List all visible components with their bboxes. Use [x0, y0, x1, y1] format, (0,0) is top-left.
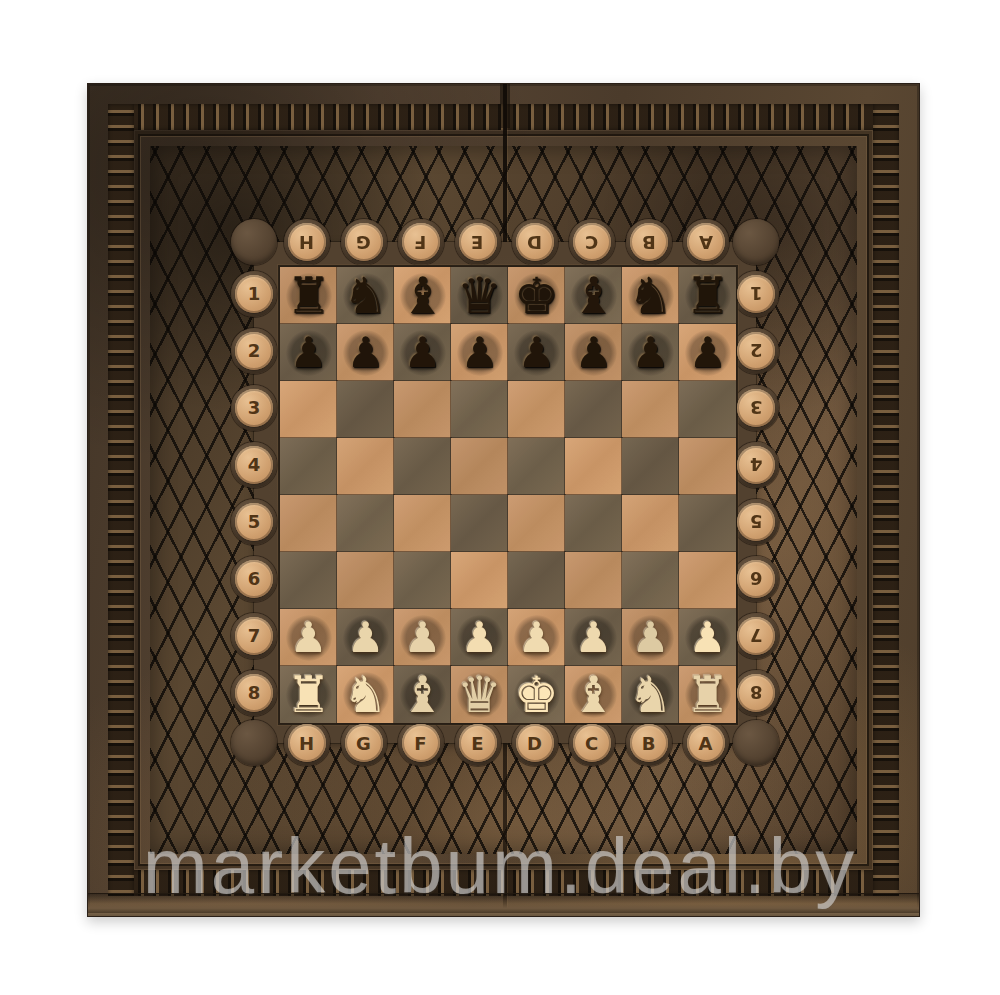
coordinate-text: B	[642, 232, 656, 253]
carved-rope-border-right	[873, 104, 899, 896]
square-b6[interactable]	[622, 552, 679, 609]
square-c1[interactable]: ♝	[565, 267, 622, 324]
dark-rook-piece[interactable]: ♜	[685, 271, 730, 321]
square-f5[interactable]	[394, 495, 451, 552]
square-d7[interactable]: ♟	[508, 609, 565, 666]
square-g5[interactable]	[337, 495, 394, 552]
light-bishop-piece[interactable]: ♝	[400, 670, 445, 720]
rank-label-left: 3	[235, 389, 273, 427]
coordinate-text: 6	[248, 568, 261, 589]
square-b5[interactable]	[622, 495, 679, 552]
coordinate-text: G	[356, 733, 371, 754]
square-a3[interactable]	[679, 381, 736, 438]
coordinate-text: E	[471, 733, 483, 754]
square-g6[interactable]	[337, 552, 394, 609]
square-e2[interactable]: ♟	[451, 324, 508, 381]
light-pawn-piece[interactable]: ♟	[689, 617, 727, 659]
coordinate-text: 1	[248, 283, 261, 304]
square-g7[interactable]: ♟	[337, 609, 394, 666]
coordinate-text: D	[527, 733, 542, 754]
rank-label-left: 2	[235, 332, 273, 370]
coordinate-text: E	[471, 232, 483, 253]
square-c8[interactable]: ♝	[565, 666, 622, 723]
rank-label-right: 7	[737, 617, 775, 655]
light-queen-piece[interactable]: ♛	[457, 670, 502, 720]
square-c7[interactable]: ♟	[565, 609, 622, 666]
square-f4[interactable]	[394, 438, 451, 495]
dark-knight-piece[interactable]: ♞	[343, 271, 388, 321]
square-e7[interactable]: ♟	[451, 609, 508, 666]
file-label-top: F	[402, 223, 440, 261]
dark-king-piece[interactable]: ♚	[514, 271, 559, 321]
square-c4[interactable]	[565, 438, 622, 495]
carved-rope-border-left	[108, 104, 134, 896]
square-g8[interactable]: ♞	[337, 666, 394, 723]
square-d5[interactable]	[508, 495, 565, 552]
rank-label-left: 5	[235, 503, 273, 541]
square-f1[interactable]: ♝	[394, 267, 451, 324]
square-h5[interactable]	[280, 495, 337, 552]
light-pawn-piece[interactable]: ♟	[290, 617, 328, 659]
square-h8[interactable]: ♜	[280, 666, 337, 723]
square-e4[interactable]	[451, 438, 508, 495]
board-frame: ♜♞♝♛♚♝♞♜♟♟♟♟♟♟♟♟♟♟♟♟♟♟♟♟♜♞♝♛♚♝♞♜ HGFEDCB…	[254, 242, 756, 743]
square-b4[interactable]	[622, 438, 679, 495]
file-label-top: A	[687, 223, 725, 261]
coordinate-text: A	[699, 733, 713, 754]
dark-pawn-piece[interactable]: ♟	[689, 332, 727, 374]
coordinate-text: 1	[750, 283, 763, 304]
square-a1[interactable]: ♜	[679, 267, 736, 324]
watermark: marketbum.deal.by	[143, 821, 857, 912]
coordinate-text: 3	[248, 397, 261, 418]
square-d8[interactable]: ♚	[508, 666, 565, 723]
coordinate-text: 5	[248, 511, 261, 532]
coordinate-text: 6	[750, 568, 763, 589]
square-c2[interactable]: ♟	[565, 324, 622, 381]
rank-label-left: 4	[235, 446, 273, 484]
square-e3[interactable]	[451, 381, 508, 438]
coordinate-text: A	[699, 232, 713, 253]
square-g3[interactable]	[337, 381, 394, 438]
coordinate-text: 8	[248, 682, 261, 703]
square-h3[interactable]	[280, 381, 337, 438]
square-d2[interactable]: ♟	[508, 324, 565, 381]
light-rook-piece[interactable]: ♜	[286, 670, 331, 720]
dark-bishop-piece[interactable]: ♝	[571, 271, 616, 321]
light-pawn-piece[interactable]: ♟	[518, 617, 556, 659]
coordinate-text: 4	[750, 454, 763, 475]
square-b7[interactable]: ♟	[622, 609, 679, 666]
coordinate-text: C	[585, 733, 598, 754]
rank-label-right: 8	[737, 674, 775, 712]
coordinate-text: D	[527, 232, 542, 253]
square-b2[interactable]: ♟	[622, 324, 679, 381]
file-label-bottom: E	[459, 724, 497, 762]
file-label-bottom: F	[402, 724, 440, 762]
square-f2[interactable]: ♟	[394, 324, 451, 381]
square-g1[interactable]: ♞	[337, 267, 394, 324]
wooden-chess-box: ♜♞♝♛♚♝♞♜♟♟♟♟♟♟♟♟♟♟♟♟♟♟♟♟♜♞♝♛♚♝♞♜ HGFEDCB…	[87, 83, 920, 917]
square-g4[interactable]	[337, 438, 394, 495]
light-rook-piece[interactable]: ♜	[685, 670, 730, 720]
square-h4[interactable]	[280, 438, 337, 495]
square-d4[interactable]	[508, 438, 565, 495]
coordinate-text: F	[414, 733, 426, 754]
coordinate-text: 5	[750, 511, 763, 532]
square-a7[interactable]: ♟	[679, 609, 736, 666]
light-pawn-piece[interactable]: ♟	[461, 617, 499, 659]
square-e5[interactable]	[451, 495, 508, 552]
file-label-top: D	[516, 223, 554, 261]
dark-pawn-piece[interactable]: ♟	[347, 332, 385, 374]
square-h7[interactable]: ♟	[280, 609, 337, 666]
square-a6[interactable]	[679, 552, 736, 609]
scallop-lobe	[231, 720, 277, 766]
dark-pawn-piece[interactable]: ♟	[632, 332, 670, 374]
file-label-bottom: B	[630, 724, 668, 762]
coordinate-text: F	[414, 232, 426, 253]
light-pawn-piece[interactable]: ♟	[404, 617, 442, 659]
coordinate-text: H	[299, 733, 314, 754]
square-e6[interactable]	[451, 552, 508, 609]
file-label-top: E	[459, 223, 497, 261]
rank-label-right: 5	[737, 503, 775, 541]
square-a2[interactable]: ♟	[679, 324, 736, 381]
square-d3[interactable]	[508, 381, 565, 438]
square-f8[interactable]: ♝	[394, 666, 451, 723]
dark-knight-piece[interactable]: ♞	[628, 271, 673, 321]
square-f6[interactable]	[394, 552, 451, 609]
file-label-top: G	[345, 223, 383, 261]
file-label-top: B	[630, 223, 668, 261]
square-c6[interactable]	[565, 552, 622, 609]
square-f3[interactable]	[394, 381, 451, 438]
coordinate-text: 4	[248, 454, 261, 475]
file-label-top: C	[573, 223, 611, 261]
square-e1[interactable]: ♛	[451, 267, 508, 324]
square-f7[interactable]: ♟	[394, 609, 451, 666]
light-knight-piece[interactable]: ♞	[628, 670, 673, 720]
light-king-piece[interactable]: ♚	[514, 670, 559, 720]
square-d6[interactable]	[508, 552, 565, 609]
square-h2[interactable]: ♟	[280, 324, 337, 381]
coordinate-text: G	[356, 232, 371, 253]
file-label-top: H	[288, 223, 326, 261]
square-b8[interactable]: ♞	[622, 666, 679, 723]
rank-label-right: 6	[737, 560, 775, 598]
rank-label-right: 1	[737, 275, 775, 313]
light-knight-piece[interactable]: ♞	[343, 670, 388, 720]
square-h6[interactable]	[280, 552, 337, 609]
rank-label-right: 4	[737, 446, 775, 484]
dark-queen-piece[interactable]: ♛	[457, 271, 502, 321]
coordinate-text: 3	[750, 397, 763, 418]
coordinate-text: C	[585, 232, 598, 253]
square-d1[interactable]: ♚	[508, 267, 565, 324]
square-c3[interactable]	[565, 381, 622, 438]
chess-board[interactable]: ♜♞♝♛♚♝♞♜♟♟♟♟♟♟♟♟♟♟♟♟♟♟♟♟♜♞♝♛♚♝♞♜	[278, 265, 738, 725]
rank-label-right: 3	[737, 389, 775, 427]
square-a5[interactable]	[679, 495, 736, 552]
square-b3[interactable]	[622, 381, 679, 438]
coordinate-text: 2	[750, 340, 763, 361]
file-label-bottom: A	[687, 724, 725, 762]
light-pawn-piece[interactable]: ♟	[347, 617, 385, 659]
square-e8[interactable]: ♛	[451, 666, 508, 723]
rank-label-left: 1	[235, 275, 273, 313]
file-label-bottom: H	[288, 724, 326, 762]
rank-label-left: 7	[235, 617, 273, 655]
square-a4[interactable]	[679, 438, 736, 495]
file-label-bottom: C	[573, 724, 611, 762]
product-photo: ♜♞♝♛♚♝♞♜♟♟♟♟♟♟♟♟♟♟♟♟♟♟♟♟♜♞♝♛♚♝♞♜ HGFEDCB…	[0, 0, 1000, 995]
square-b1[interactable]: ♞	[622, 267, 679, 324]
coordinate-text: B	[642, 733, 656, 754]
rank-label-left: 8	[235, 674, 273, 712]
square-h1[interactable]: ♜	[280, 267, 337, 324]
dark-pawn-piece[interactable]: ♟	[290, 332, 328, 374]
light-pawn-piece[interactable]: ♟	[575, 617, 613, 659]
dark-pawn-piece[interactable]: ♟	[404, 332, 442, 374]
scallop-lobe	[231, 219, 277, 265]
dark-pawn-piece[interactable]: ♟	[575, 332, 613, 374]
light-bishop-piece[interactable]: ♝	[571, 670, 616, 720]
file-label-bottom: D	[516, 724, 554, 762]
rank-label-right: 2	[737, 332, 775, 370]
square-c5[interactable]	[565, 495, 622, 552]
dark-bishop-piece[interactable]: ♝	[400, 271, 445, 321]
light-pawn-piece[interactable]: ♟	[632, 617, 670, 659]
dark-pawn-piece[interactable]: ♟	[518, 332, 556, 374]
coordinate-text: 2	[248, 340, 261, 361]
square-a8[interactable]: ♜	[679, 666, 736, 723]
dark-pawn-piece[interactable]: ♟	[461, 332, 499, 374]
scallop-lobe	[733, 720, 779, 766]
rank-label-left: 6	[235, 560, 273, 598]
coordinate-text: 7	[750, 625, 763, 646]
coordinate-text: 7	[248, 625, 261, 646]
coordinate-text: H	[299, 232, 314, 253]
scallop-lobe	[733, 219, 779, 265]
square-g2[interactable]: ♟	[337, 324, 394, 381]
coordinate-text: 8	[750, 682, 763, 703]
file-label-bottom: G	[345, 724, 383, 762]
dark-rook-piece[interactable]: ♜	[286, 271, 331, 321]
